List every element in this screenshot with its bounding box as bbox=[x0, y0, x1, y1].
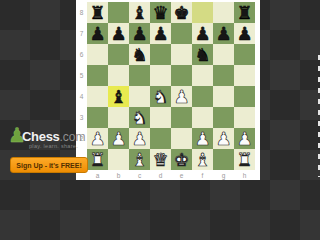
square-h1[interactable]: ♜ bbox=[234, 149, 255, 170]
brand-tagline: play. learn. share. bbox=[29, 143, 78, 149]
square-d4[interactable]: ♞ bbox=[150, 86, 171, 107]
square-c5[interactable] bbox=[129, 65, 150, 86]
square-h6[interactable] bbox=[234, 44, 255, 65]
square-e1[interactable]: ♚ bbox=[171, 149, 192, 170]
white-knight-d4[interactable]: ♞ bbox=[152, 86, 168, 107]
square-a5[interactable] bbox=[87, 65, 108, 86]
square-a7[interactable]: ♟ bbox=[87, 23, 108, 44]
rank-label-4: 4 bbox=[76, 86, 87, 107]
black-bishop-c8[interactable]: ♝ bbox=[131, 2, 147, 23]
file-label-h: h bbox=[234, 170, 255, 180]
square-b6[interactable] bbox=[108, 44, 129, 65]
square-c4[interactable] bbox=[129, 86, 150, 107]
white-pawn-b2[interactable]: ♟ bbox=[110, 128, 126, 149]
white-rook-a1[interactable]: ♜ bbox=[89, 149, 105, 170]
square-h8[interactable]: ♜ bbox=[234, 2, 255, 23]
square-a6[interactable] bbox=[87, 44, 108, 65]
square-f1[interactable]: ♝ bbox=[192, 149, 213, 170]
file-label-b: b bbox=[108, 170, 129, 180]
white-pawn-h2[interactable]: ♟ bbox=[236, 128, 252, 149]
square-f7[interactable]: ♟ bbox=[192, 23, 213, 44]
square-g6[interactable] bbox=[213, 44, 234, 65]
square-g8[interactable] bbox=[213, 2, 234, 23]
square-g1[interactable] bbox=[213, 149, 234, 170]
square-d1[interactable]: ♛ bbox=[150, 149, 171, 170]
white-queen-d1[interactable]: ♛ bbox=[152, 149, 168, 170]
square-c7[interactable]: ♟ bbox=[129, 23, 150, 44]
square-g7[interactable]: ♟ bbox=[213, 23, 234, 44]
square-d5[interactable] bbox=[150, 65, 171, 86]
square-g3[interactable] bbox=[213, 107, 234, 128]
rank-label-5: 5 bbox=[76, 65, 87, 86]
square-e5[interactable] bbox=[171, 65, 192, 86]
square-f4[interactable] bbox=[192, 86, 213, 107]
square-e6[interactable] bbox=[171, 44, 192, 65]
square-g4[interactable] bbox=[213, 86, 234, 107]
square-a4[interactable] bbox=[87, 86, 108, 107]
square-h5[interactable] bbox=[234, 65, 255, 86]
black-queen-d8[interactable]: ♛ bbox=[152, 2, 168, 23]
black-king-e8[interactable]: ♚ bbox=[173, 2, 189, 23]
black-pawn-g7[interactable]: ♟ bbox=[215, 23, 231, 44]
square-f2[interactable]: ♟ bbox=[192, 128, 213, 149]
white-bishop-f1[interactable]: ♝ bbox=[194, 149, 210, 170]
chess-board[interactable]: ♜♝♛♚♜♟♟♟♟♟♟♟♞♞♝♞♟♞♟♟♟♟♟♟♜♝♛♚♝♜ bbox=[87, 2, 255, 170]
square-f6[interactable]: ♞ bbox=[192, 44, 213, 65]
black-pawn-f7[interactable]: ♟ bbox=[194, 23, 210, 44]
square-g2[interactable]: ♟ bbox=[213, 128, 234, 149]
brand-name: Chess bbox=[22, 129, 60, 144]
brand-tld: .com bbox=[60, 130, 86, 144]
square-c6[interactable]: ♞ bbox=[129, 44, 150, 65]
white-knight-c3[interactable]: ♞ bbox=[131, 107, 147, 128]
rank-label-8: 8 bbox=[76, 2, 87, 23]
square-e4[interactable]: ♟ bbox=[171, 86, 192, 107]
square-c3[interactable]: ♞ bbox=[129, 107, 150, 128]
square-e2[interactable] bbox=[171, 128, 192, 149]
square-e7[interactable] bbox=[171, 23, 192, 44]
square-h2[interactable]: ♟ bbox=[234, 128, 255, 149]
file-label-a: a bbox=[87, 170, 108, 180]
white-pawn-c2[interactable]: ♟ bbox=[131, 128, 147, 149]
square-d7[interactable]: ♟ bbox=[150, 23, 171, 44]
square-h7[interactable]: ♟ bbox=[234, 23, 255, 44]
file-label-g: g bbox=[213, 170, 234, 180]
white-rook-h1[interactable]: ♜ bbox=[236, 149, 252, 170]
black-pawn-b7[interactable]: ♟ bbox=[110, 23, 126, 44]
square-a2[interactable]: ♟ bbox=[87, 128, 108, 149]
black-knight-f6[interactable]: ♞ bbox=[194, 44, 210, 65]
square-c1[interactable]: ♝ bbox=[129, 149, 150, 170]
file-label-c: c bbox=[129, 170, 150, 180]
square-a8[interactable]: ♜ bbox=[87, 2, 108, 23]
square-c2[interactable]: ♟ bbox=[129, 128, 150, 149]
square-h4[interactable] bbox=[234, 86, 255, 107]
black-pawn-d7[interactable]: ♟ bbox=[152, 23, 168, 44]
black-pawn-h7[interactable]: ♟ bbox=[236, 23, 252, 44]
black-rook-h8[interactable]: ♜ bbox=[236, 2, 252, 23]
rank-label-3: 3 bbox=[76, 107, 87, 128]
square-f8[interactable] bbox=[192, 2, 213, 23]
file-labels: abcdefgh bbox=[87, 170, 255, 180]
signup-button[interactable]: Sign Up - it's FREE! bbox=[10, 157, 88, 173]
square-b2[interactable]: ♟ bbox=[108, 128, 129, 149]
black-pawn-c7[interactable]: ♟ bbox=[131, 23, 147, 44]
square-f3[interactable] bbox=[192, 107, 213, 128]
white-pawn-g2[interactable]: ♟ bbox=[215, 128, 231, 149]
square-b7[interactable]: ♟ bbox=[108, 23, 129, 44]
square-e3[interactable] bbox=[171, 107, 192, 128]
chesscom-logo[interactable]: ♟ Chess.com play. learn. share. bbox=[8, 124, 74, 154]
file-label-f: f bbox=[192, 170, 213, 180]
black-rook-a8[interactable]: ♜ bbox=[89, 2, 105, 23]
square-d2[interactable] bbox=[150, 128, 171, 149]
file-label-d: d bbox=[150, 170, 171, 180]
black-knight-c6[interactable]: ♞ bbox=[131, 44, 147, 65]
rank-label-7: 7 bbox=[76, 23, 87, 44]
square-a3[interactable] bbox=[87, 107, 108, 128]
rank-label-6: 6 bbox=[76, 44, 87, 65]
square-d3[interactable] bbox=[150, 107, 171, 128]
white-king-e1[interactable]: ♚ bbox=[173, 149, 189, 170]
square-b8[interactable] bbox=[108, 2, 129, 23]
square-g5[interactable] bbox=[213, 65, 234, 86]
square-h3[interactable] bbox=[234, 107, 255, 128]
black-pawn-a7[interactable]: ♟ bbox=[89, 23, 105, 44]
black-bishop-b4[interactable]: ♝ bbox=[110, 86, 126, 107]
square-b5[interactable] bbox=[108, 65, 129, 86]
white-pawn-f2[interactable]: ♟ bbox=[194, 128, 210, 149]
square-e8[interactable]: ♚ bbox=[171, 2, 192, 23]
square-a1[interactable]: ♜ bbox=[87, 149, 108, 170]
white-pawn-a2[interactable]: ♟ bbox=[89, 128, 105, 149]
square-b3[interactable] bbox=[108, 107, 129, 128]
square-d8[interactable]: ♛ bbox=[150, 2, 171, 23]
square-f5[interactable] bbox=[192, 65, 213, 86]
square-b4[interactable]: ♝ bbox=[108, 86, 129, 107]
square-b1[interactable] bbox=[108, 149, 129, 170]
white-pawn-e4[interactable]: ♟ bbox=[173, 86, 189, 107]
white-bishop-c1[interactable]: ♝ bbox=[131, 149, 147, 170]
chess-board-panel: 87654321 ♜♝♛♚♜♟♟♟♟♟♟♟♞♞♝♞♟♞♟♟♟♟♟♟♜♝♛♚♝♜ … bbox=[76, 0, 260, 180]
square-c8[interactable]: ♝ bbox=[129, 2, 150, 23]
file-label-e: e bbox=[171, 170, 192, 180]
square-d6[interactable] bbox=[150, 44, 171, 65]
